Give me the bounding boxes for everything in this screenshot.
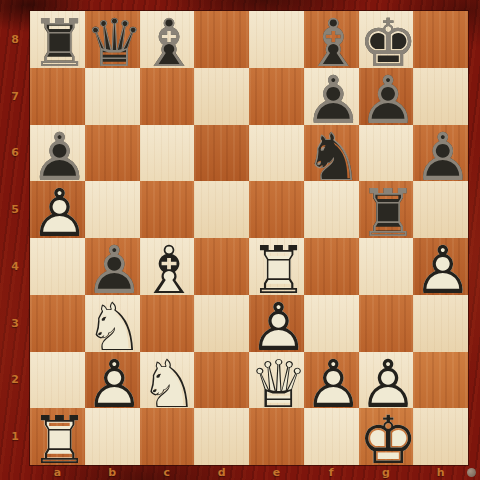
square-e7[interactable] xyxy=(249,68,304,125)
square-c5[interactable] xyxy=(140,181,195,238)
square-h7[interactable] xyxy=(413,68,468,125)
square-b3[interactable]: ♞♘ xyxy=(85,295,140,352)
square-e3[interactable]: ♟♙ xyxy=(249,295,304,352)
square-c8[interactable]: ♝♗ xyxy=(140,11,195,68)
square-d2[interactable] xyxy=(194,352,249,409)
square-c3[interactable] xyxy=(140,295,195,352)
square-f6[interactable]: ♞♘ xyxy=(304,125,359,182)
square-a6[interactable]: ♟♙ xyxy=(30,125,85,182)
rank-label-6: 6 xyxy=(0,125,30,182)
square-e4[interactable]: ♜♖ xyxy=(249,238,304,295)
rank-label-8: 8 xyxy=(0,11,30,68)
piece-white-knight[interactable]: ♞♘ xyxy=(140,352,195,409)
piece-black-pawn[interactable]: ♟♙ xyxy=(304,68,359,125)
square-d6[interactable] xyxy=(194,125,249,182)
square-e2[interactable]: ♛♕ xyxy=(249,352,304,409)
file-label-h: h xyxy=(413,465,468,480)
piece-black-queen[interactable]: ♛♕ xyxy=(85,11,140,68)
square-f7[interactable]: ♟♙ xyxy=(304,68,359,125)
square-g3[interactable] xyxy=(359,295,414,352)
square-c6[interactable] xyxy=(140,125,195,182)
piece-black-bishop[interactable]: ♝♗ xyxy=(304,11,359,68)
square-e8[interactable] xyxy=(249,11,304,68)
square-a3[interactable] xyxy=(30,295,85,352)
square-h4[interactable]: ♟♙ xyxy=(413,238,468,295)
square-c7[interactable] xyxy=(140,68,195,125)
square-e6[interactable] xyxy=(249,125,304,182)
piece-white-queen[interactable]: ♛♕ xyxy=(249,352,304,409)
square-d5[interactable] xyxy=(194,181,249,238)
piece-black-pawn[interactable]: ♟♙ xyxy=(359,68,414,125)
piece-white-knight[interactable]: ♞♘ xyxy=(85,295,140,352)
square-b6[interactable] xyxy=(85,125,140,182)
piece-white-pawn[interactable]: ♟♙ xyxy=(359,352,414,409)
square-e1[interactable] xyxy=(249,408,304,465)
square-g7[interactable]: ♟♙ xyxy=(359,68,414,125)
piece-white-king[interactable]: ♚♔ xyxy=(359,408,414,465)
square-f5[interactable] xyxy=(304,181,359,238)
square-f1[interactable] xyxy=(304,408,359,465)
square-d4[interactable] xyxy=(194,238,249,295)
piece-white-pawn[interactable]: ♟♙ xyxy=(304,352,359,409)
square-h2[interactable] xyxy=(413,352,468,409)
square-g5[interactable]: ♜♖ xyxy=(359,181,414,238)
square-b8[interactable]: ♛♕ xyxy=(85,11,140,68)
square-g2[interactable]: ♟♙ xyxy=(359,352,414,409)
square-c2[interactable]: ♞♘ xyxy=(140,352,195,409)
file-label-g: g xyxy=(359,465,414,480)
piece-white-pawn[interactable]: ♟♙ xyxy=(249,295,304,352)
square-h8[interactable] xyxy=(413,11,468,68)
square-g1[interactable]: ♚♔ xyxy=(359,408,414,465)
rank-label-1: 1 xyxy=(0,408,30,465)
piece-white-pawn[interactable]: ♟♙ xyxy=(413,238,468,295)
square-a2[interactable] xyxy=(30,352,85,409)
square-f3[interactable] xyxy=(304,295,359,352)
rank-label-7: 7 xyxy=(0,68,30,125)
square-a8[interactable]: ♜♖ xyxy=(30,11,85,68)
square-a5[interactable]: ♟♙ xyxy=(30,181,85,238)
square-g4[interactable] xyxy=(359,238,414,295)
square-h6[interactable]: ♟♙ xyxy=(413,125,468,182)
square-d3[interactable] xyxy=(194,295,249,352)
square-g6[interactable] xyxy=(359,125,414,182)
chess-board: ♜♖♛♕♝♗♝♗♚♔♟♙♟♙♟♙♞♘♟♙♟♙♜♖♟♙♝♗♜♖♟♙♞♘♟♙♟♙♞♘… xyxy=(30,11,468,465)
piece-white-pawn[interactable]: ♟♙ xyxy=(30,181,85,238)
rank-label-2: 2 xyxy=(0,352,30,409)
chess-board-frame: 87654321 ♜♖♛♕♝♗♝♗♚♔♟♙♟♙♟♙♞♘♟♙♟♙♜♖♟♙♝♗♜♖♟… xyxy=(0,0,480,480)
square-d8[interactable] xyxy=(194,11,249,68)
square-h3[interactable] xyxy=(413,295,468,352)
square-b1[interactable] xyxy=(85,408,140,465)
square-d1[interactable] xyxy=(194,408,249,465)
square-f4[interactable] xyxy=(304,238,359,295)
piece-black-knight[interactable]: ♞♘ xyxy=(304,125,359,182)
square-a4[interactable] xyxy=(30,238,85,295)
piece-black-rook[interactable]: ♜♖ xyxy=(30,11,85,68)
file-label-f: f xyxy=(304,465,359,480)
square-h1[interactable] xyxy=(413,408,468,465)
square-b4[interactable]: ♟♙ xyxy=(85,238,140,295)
piece-white-bishop[interactable]: ♝♗ xyxy=(140,238,195,295)
rank-label-5: 5 xyxy=(0,181,30,238)
square-d7[interactable] xyxy=(194,68,249,125)
corner-logo-dot xyxy=(467,468,476,477)
piece-white-rook[interactable]: ♜♖ xyxy=(249,238,304,295)
square-c4[interactable]: ♝♗ xyxy=(140,238,195,295)
file-label-e: e xyxy=(249,465,304,480)
square-a7[interactable] xyxy=(30,68,85,125)
file-label-a: a xyxy=(30,465,85,480)
file-label-b: b xyxy=(85,465,140,480)
piece-black-king[interactable]: ♚♔ xyxy=(359,11,414,68)
square-e5[interactable] xyxy=(249,181,304,238)
rank-label-4: 4 xyxy=(0,238,30,295)
piece-white-pawn[interactable]: ♟♙ xyxy=(85,352,140,409)
file-labels: abcdefgh xyxy=(30,465,468,480)
file-label-c: c xyxy=(140,465,195,480)
square-b5[interactable] xyxy=(85,181,140,238)
piece-white-rook[interactable]: ♜♖ xyxy=(30,408,85,465)
square-h5[interactable] xyxy=(413,181,468,238)
piece-black-pawn[interactable]: ♟♙ xyxy=(30,125,85,182)
piece-black-pawn[interactable]: ♟♙ xyxy=(413,125,468,182)
piece-black-bishop[interactable]: ♝♗ xyxy=(140,11,195,68)
square-a1[interactable]: ♜♖ xyxy=(30,408,85,465)
rank-labels: 87654321 xyxy=(0,11,30,465)
piece-black-pawn[interactable]: ♟♙ xyxy=(85,238,140,295)
square-c1[interactable] xyxy=(140,408,195,465)
rank-label-3: 3 xyxy=(0,295,30,352)
square-b7[interactable] xyxy=(85,68,140,125)
piece-black-rook[interactable]: ♜♖ xyxy=(359,181,414,238)
square-f8[interactable]: ♝♗ xyxy=(304,11,359,68)
square-g8[interactable]: ♚♔ xyxy=(359,11,414,68)
square-f2[interactable]: ♟♙ xyxy=(304,352,359,409)
square-b2[interactable]: ♟♙ xyxy=(85,352,140,409)
file-label-d: d xyxy=(194,465,249,480)
